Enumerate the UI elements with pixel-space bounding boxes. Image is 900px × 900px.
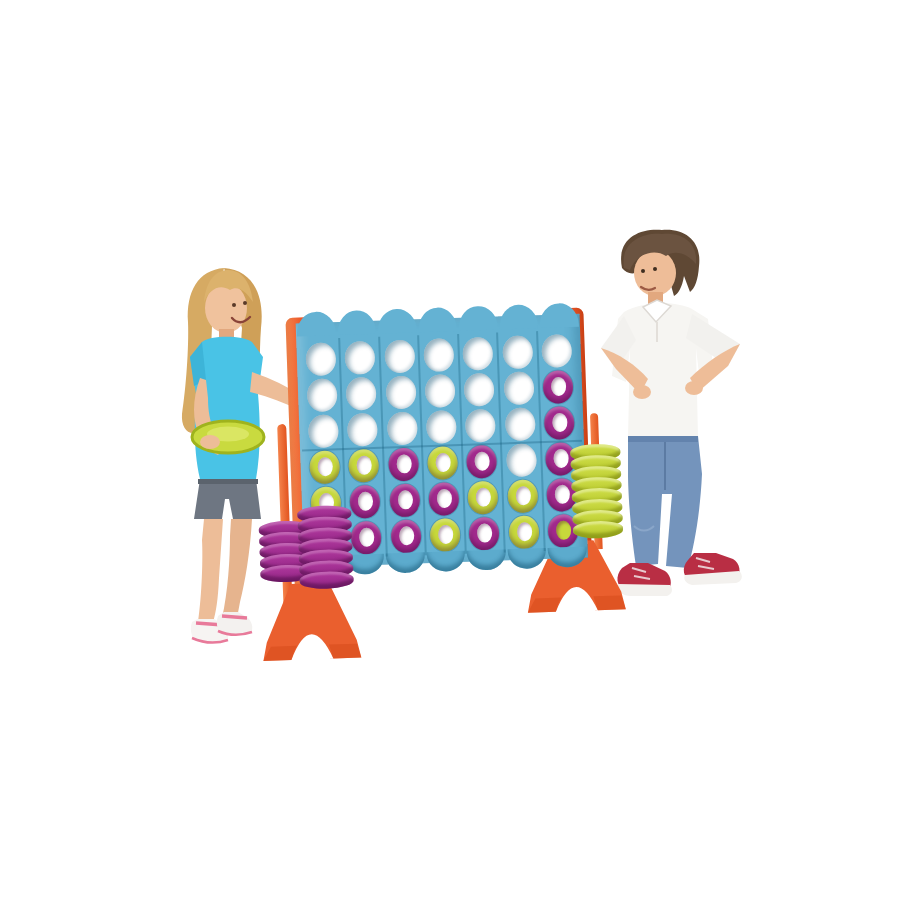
empty-hole <box>386 411 417 445</box>
purple-disc-stack-back <box>297 505 354 590</box>
empty-hole <box>424 374 455 408</box>
cell-r2c7 <box>538 368 579 405</box>
cell-r4c5 <box>462 442 503 479</box>
empty-hole <box>503 371 534 405</box>
empty-hole <box>505 407 536 441</box>
cell-r2c1 <box>302 376 343 413</box>
disc-center-hole <box>552 413 568 433</box>
magenta-disc <box>544 405 575 439</box>
yellow-disc <box>468 480 499 514</box>
disc-center-hole <box>359 527 375 547</box>
empty-hole <box>426 410 457 444</box>
empty-hole <box>344 340 375 374</box>
cell-r3c2 <box>342 411 383 448</box>
scallop-bump-bottom <box>426 551 465 572</box>
disc-center-hole <box>477 523 493 543</box>
cell-r5c4 <box>424 480 465 517</box>
product-photo-scene <box>0 0 900 900</box>
cell-r3c6 <box>500 405 541 442</box>
empty-hole <box>308 414 339 448</box>
magenta-disc <box>428 481 459 515</box>
magenta-disc <box>390 519 421 553</box>
cell-r2c4 <box>420 372 461 409</box>
cell-r3c7 <box>539 404 580 441</box>
scallop-bump-top <box>337 310 376 335</box>
empty-hole <box>502 335 533 369</box>
cell-r4c3 <box>383 445 424 482</box>
girl-leg <box>222 519 252 618</box>
cell-r6c6 <box>504 513 545 550</box>
disc-center-hole <box>554 449 570 469</box>
girl-hand <box>200 435 220 449</box>
empty-hole <box>506 443 537 477</box>
cell-r2c6 <box>499 369 540 406</box>
disc-center-hole <box>437 489 453 509</box>
cell-r3c3 <box>382 409 423 446</box>
scallop-bump-top <box>499 304 538 329</box>
yellow-disc <box>507 479 538 513</box>
magenta-disc <box>543 369 574 403</box>
connect-four-playset <box>248 297 632 666</box>
scallop-bump-top <box>377 308 416 333</box>
disc-center-hole <box>396 454 412 474</box>
disc-center-hole <box>551 377 567 397</box>
cell-r1c4 <box>418 336 459 373</box>
cell-r2c2 <box>341 375 382 412</box>
yellow-disc <box>508 515 539 549</box>
cell-r4c4 <box>422 444 463 481</box>
cell-r1c7 <box>537 332 578 369</box>
magenta-disc <box>389 483 420 517</box>
yellow-disc <box>309 450 340 484</box>
empty-hole <box>346 376 377 410</box>
disc-center-hole <box>358 491 374 511</box>
cell-r5c6 <box>502 477 543 514</box>
disc-center-hole <box>357 456 373 476</box>
empty-hole <box>306 378 337 412</box>
yellow-disc <box>427 446 458 480</box>
girl-shorts <box>194 479 261 519</box>
cell-r2c5 <box>459 371 500 408</box>
scallop-bump-bottom <box>386 552 425 573</box>
scallop-bump-top <box>458 306 497 331</box>
empty-hole <box>385 375 416 409</box>
empty-hole <box>423 338 454 372</box>
disc-center-hole <box>555 485 571 505</box>
disc-center-hole <box>475 451 491 471</box>
disc-center-hole <box>476 487 492 507</box>
yellow-storage-disc <box>573 520 624 539</box>
magenta-disc <box>469 516 500 550</box>
cell-r1c5 <box>458 335 499 372</box>
girl-leg <box>198 519 223 622</box>
cell-r3c1 <box>303 412 344 449</box>
cell-r1c3 <box>379 337 420 374</box>
scallop-bump-bottom <box>467 549 506 570</box>
yellow-disc <box>430 517 461 551</box>
scallop-bump-top <box>540 303 579 328</box>
disc-center-hole <box>398 526 414 546</box>
disc-center-hole <box>317 457 333 477</box>
magenta-disc <box>349 484 380 518</box>
cell-r6c3 <box>385 517 426 554</box>
cell-r3c5 <box>460 407 501 444</box>
cell-r5c3 <box>384 481 425 518</box>
boy-hand <box>633 385 651 399</box>
disc-center-hole <box>435 453 451 473</box>
cell-r2c3 <box>380 373 421 410</box>
empty-hole <box>347 412 378 446</box>
cell-r4c2 <box>343 447 384 484</box>
empty-hole <box>465 408 496 442</box>
cell-r1c2 <box>340 339 381 376</box>
disc-center-hole <box>517 522 533 542</box>
cell-r1c6 <box>497 333 538 370</box>
cell-r6c4 <box>425 516 466 553</box>
scallop-bump-top <box>296 311 335 336</box>
cell-r4c1 <box>304 448 345 485</box>
magenta-disc <box>466 444 497 478</box>
magenta-disc <box>388 447 419 481</box>
disc-center-hole <box>515 486 531 506</box>
disc-center-hole <box>556 521 572 541</box>
empty-hole <box>463 336 494 370</box>
disc-center-hole <box>438 525 454 545</box>
yellow-disc <box>348 448 379 482</box>
cell-r1c1 <box>300 340 341 377</box>
frame-foot-left <box>261 582 362 661</box>
magenta-disc <box>351 520 382 554</box>
empty-hole <box>464 372 495 406</box>
yellow-disc-stack <box>570 443 623 539</box>
cell-r4c6 <box>501 441 542 478</box>
purple-storage-disc <box>299 571 354 590</box>
boy-hand <box>685 381 703 395</box>
empty-hole <box>305 342 336 376</box>
scallop-bump-top <box>418 307 457 332</box>
empty-hole <box>384 339 415 373</box>
cell-r6c5 <box>464 514 505 551</box>
disc-center-hole <box>397 490 413 510</box>
cell-r5c5 <box>463 478 504 515</box>
cell-r3c4 <box>421 408 462 445</box>
empty-hole <box>541 333 572 367</box>
